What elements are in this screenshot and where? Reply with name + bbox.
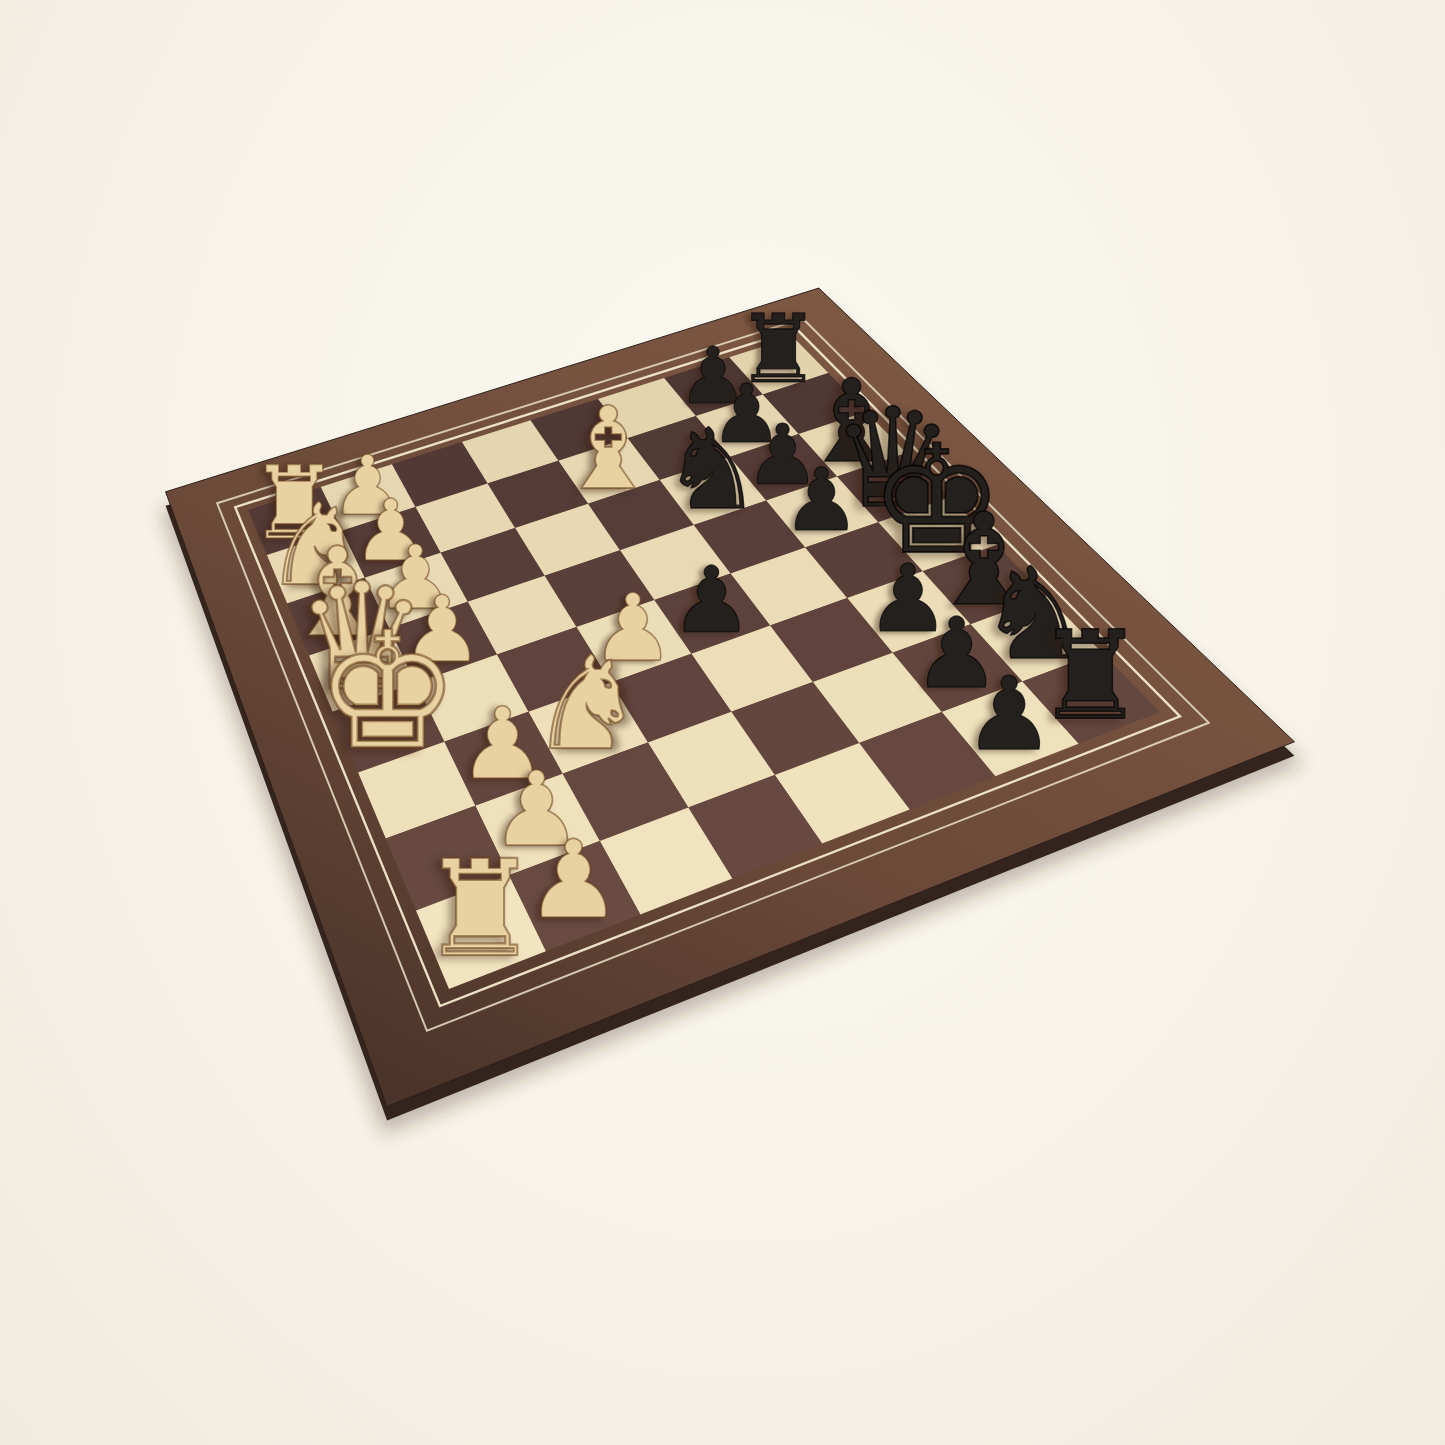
chess-board: [0, 0, 1445, 1445]
chessboard-photo: ♜♟♟♝♟♝♛♞♟♟♜♚♟♞♝♟♟♟♝♞♟♟♟♛♜♚♞♟♟♟♟♜: [0, 0, 1445, 1445]
